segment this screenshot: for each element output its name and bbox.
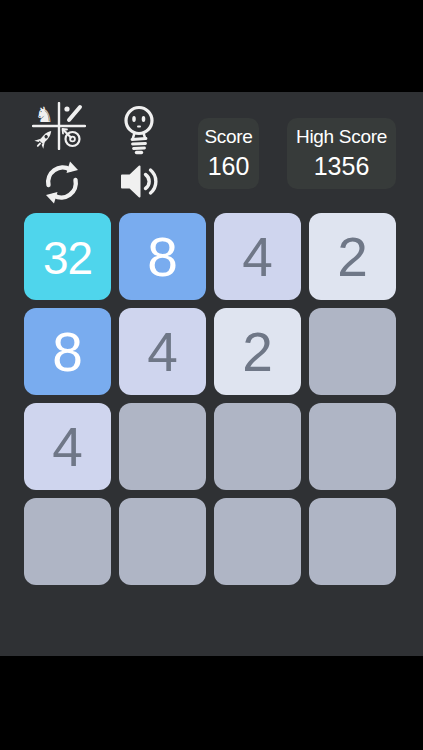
score-box: Score 160: [198, 118, 259, 189]
score-value: 160: [208, 151, 250, 181]
tile-r3c4-empty: [309, 403, 396, 490]
hint-button[interactable]: [118, 103, 160, 157]
tile-r4c3-empty: [214, 498, 301, 585]
tile-r2c2-4: 4: [119, 308, 206, 395]
games-menu-icon: ♞: [32, 102, 86, 150]
restart-icon: [40, 160, 84, 205]
tile-r3c2-empty: [119, 403, 206, 490]
tile-r4c4-empty: [309, 498, 396, 585]
tile-r2c1-8: 8: [24, 308, 111, 395]
tile-r1c2-8: 8: [119, 213, 206, 300]
high-score-box: High Score 1356: [287, 118, 396, 189]
tile-r2c4-empty: [309, 308, 396, 395]
high-score-value: 1356: [314, 151, 370, 181]
tile-r1c3-4: 4: [214, 213, 301, 300]
tile-r4c2-empty: [119, 498, 206, 585]
tile-r1c4-2: 2: [309, 213, 396, 300]
hint-bulb-icon: [118, 103, 160, 157]
svg-text:♞: ♞: [35, 103, 54, 127]
tile-r3c3-empty: [214, 403, 301, 490]
game-board[interactable]: 328428424: [24, 213, 396, 585]
app-background: ♞: [0, 92, 423, 656]
tile-r4c1-empty: [24, 498, 111, 585]
tile-r2c3-2: 2: [214, 308, 301, 395]
phone-screen: ♞: [0, 0, 423, 750]
tile-r3c1-4: 4: [24, 403, 111, 490]
games-menu-button[interactable]: ♞: [32, 102, 86, 150]
tile-r1c1-32: 32: [24, 213, 111, 300]
sound-on-icon: [118, 162, 162, 201]
sound-button[interactable]: [118, 162, 162, 201]
high-score-label: High Score: [296, 126, 387, 148]
score-label: Score: [204, 126, 252, 148]
restart-button[interactable]: [40, 160, 84, 205]
